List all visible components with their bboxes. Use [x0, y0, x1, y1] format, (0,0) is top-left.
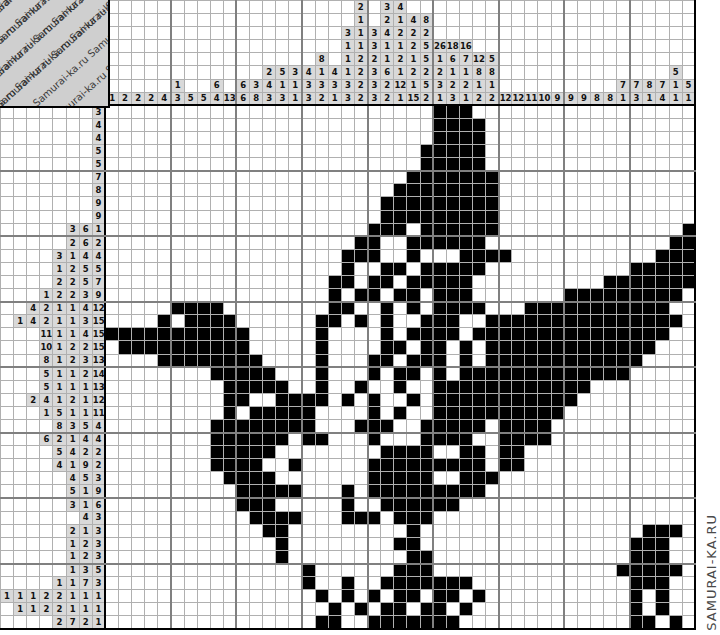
grid-cell-filled[interactable] [407, 354, 420, 367]
grid-cell-empty[interactable] [118, 511, 131, 524]
grid-cell-empty[interactable] [341, 537, 354, 550]
grid-cell-empty[interactable] [669, 406, 682, 419]
grid-cell-filled[interactable] [472, 158, 485, 171]
grid-cell-empty[interactable] [682, 131, 695, 144]
grid-cell-empty[interactable] [315, 511, 328, 524]
grid-cell-empty[interactable] [564, 537, 577, 550]
grid-cell-empty[interactable] [472, 564, 485, 577]
grid-cell-empty[interactable] [617, 171, 630, 184]
grid-cell-empty[interactable] [525, 236, 538, 249]
grid-cell-filled[interactable] [184, 328, 197, 341]
grid-cell-empty[interactable] [315, 420, 328, 433]
grid-cell-empty[interactable] [210, 524, 223, 537]
grid-cell-empty[interactable] [643, 406, 656, 419]
grid-cell-empty[interactable] [341, 550, 354, 563]
grid-cell-filled[interactable] [407, 577, 420, 590]
grid-cell-filled[interactable] [394, 380, 407, 393]
grid-cell-empty[interactable] [577, 472, 590, 485]
grid-cell-empty[interactable] [132, 406, 145, 419]
grid-cell-filled[interactable] [656, 275, 669, 288]
grid-cell-empty[interactable] [499, 550, 512, 563]
grid-cell-filled[interactable] [446, 459, 459, 472]
grid-cell-filled[interactable] [446, 380, 459, 393]
grid-cell-filled[interactable] [407, 197, 420, 210]
grid-cell-empty[interactable] [354, 367, 367, 380]
grid-cell-empty[interactable] [394, 550, 407, 563]
grid-cell-filled[interactable] [459, 406, 472, 419]
grid-cell-empty[interactable] [590, 564, 603, 577]
grid-cell-empty[interactable] [446, 564, 459, 577]
grid-cell-empty[interactable] [223, 616, 236, 629]
grid-cell-filled[interactable] [472, 446, 485, 459]
grid-cell-empty[interactable] [341, 367, 354, 380]
grid-cell-empty[interactable] [459, 590, 472, 603]
grid-cell-filled[interactable] [420, 564, 433, 577]
grid-cell-empty[interactable] [315, 118, 328, 131]
grid-cell-empty[interactable] [263, 171, 276, 184]
grid-cell-empty[interactable] [525, 524, 538, 537]
grid-cell-filled[interactable] [486, 210, 499, 223]
grid-cell-filled[interactable] [236, 433, 249, 446]
grid-cell-empty[interactable] [302, 262, 315, 275]
grid-cell-empty[interactable] [289, 433, 302, 446]
grid-cell-empty[interactable] [354, 105, 367, 118]
grid-cell-filled[interactable] [604, 367, 617, 380]
grid-cell-empty[interactable] [630, 184, 643, 197]
grid-cell-filled[interactable] [617, 367, 630, 380]
grid-cell-filled[interactable] [236, 367, 249, 380]
grid-cell-empty[interactable] [158, 577, 171, 590]
grid-cell-empty[interactable] [263, 249, 276, 262]
grid-cell-empty[interactable] [184, 171, 197, 184]
grid-cell-filled[interactable] [223, 341, 236, 354]
grid-cell-filled[interactable] [656, 537, 669, 550]
grid-cell-empty[interactable] [184, 446, 197, 459]
grid-cell-filled[interactable] [381, 485, 394, 498]
grid-cell-empty[interactable] [682, 537, 695, 550]
grid-cell-empty[interactable] [472, 315, 485, 328]
grid-cell-empty[interactable] [512, 577, 525, 590]
grid-cell-empty[interactable] [184, 105, 197, 118]
grid-cell-empty[interactable] [656, 367, 669, 380]
grid-cell-filled[interactable] [250, 446, 263, 459]
grid-cell-filled[interactable] [223, 406, 236, 419]
grid-cell-filled[interactable] [486, 367, 499, 380]
grid-cell-empty[interactable] [328, 262, 341, 275]
grid-cell-empty[interactable] [171, 433, 184, 446]
grid-cell-empty[interactable] [132, 302, 145, 315]
grid-cell-empty[interactable] [551, 145, 564, 158]
grid-cell-empty[interactable] [276, 341, 289, 354]
grid-cell-filled[interactable] [630, 577, 643, 590]
grid-cell-empty[interactable] [158, 433, 171, 446]
grid-cell-empty[interactable] [368, 210, 381, 223]
grid-cell-empty[interactable] [551, 550, 564, 563]
grid-cell-empty[interactable] [276, 315, 289, 328]
grid-cell-empty[interactable] [486, 289, 499, 302]
grid-cell-empty[interactable] [669, 328, 682, 341]
grid-cell-empty[interactable] [407, 105, 420, 118]
grid-cell-empty[interactable] [656, 354, 669, 367]
grid-cell-empty[interactable] [236, 590, 249, 603]
grid-cell-empty[interactable] [105, 302, 118, 315]
grid-cell-empty[interactable] [604, 433, 617, 446]
grid-cell-filled[interactable] [433, 341, 446, 354]
grid-cell-filled[interactable] [630, 354, 643, 367]
grid-cell-empty[interactable] [328, 197, 341, 210]
grid-cell-empty[interactable] [368, 184, 381, 197]
grid-cell-filled[interactable] [499, 354, 512, 367]
grid-cell-empty[interactable] [630, 249, 643, 262]
grid-cell-empty[interactable] [512, 118, 525, 131]
grid-cell-empty[interactable] [171, 485, 184, 498]
grid-cell-empty[interactable] [328, 420, 341, 433]
grid-cell-empty[interactable] [446, 537, 459, 550]
grid-cell-empty[interactable] [407, 315, 420, 328]
grid-cell-empty[interactable] [171, 459, 184, 472]
grid-cell-empty[interactable] [617, 223, 630, 236]
grid-cell-empty[interactable] [289, 550, 302, 563]
grid-cell-empty[interactable] [197, 550, 210, 563]
grid-cell-empty[interactable] [223, 223, 236, 236]
grid-cell-empty[interactable] [394, 433, 407, 446]
grid-cell-empty[interactable] [656, 406, 669, 419]
grid-cell-empty[interactable] [184, 223, 197, 236]
grid-cell-filled[interactable] [223, 328, 236, 341]
grid-cell-empty[interactable] [171, 446, 184, 459]
grid-cell-empty[interactable] [354, 393, 367, 406]
grid-cell-filled[interactable] [512, 420, 525, 433]
grid-cell-filled[interactable] [210, 367, 223, 380]
grid-cell-empty[interactable] [538, 236, 551, 249]
grid-cell-empty[interactable] [590, 223, 603, 236]
grid-cell-filled[interactable] [446, 302, 459, 315]
grid-cell-empty[interactable] [197, 105, 210, 118]
grid-cell-empty[interactable] [577, 564, 590, 577]
grid-cell-empty[interactable] [354, 537, 367, 550]
grid-cell-empty[interactable] [420, 590, 433, 603]
grid-cell-empty[interactable] [525, 498, 538, 511]
grid-cell-empty[interactable] [184, 472, 197, 485]
grid-cell-empty[interactable] [223, 550, 236, 563]
grid-cell-empty[interactable] [354, 354, 367, 367]
grid-cell-empty[interactable] [643, 380, 656, 393]
grid-cell-empty[interactable] [171, 564, 184, 577]
grid-cell-empty[interactable] [630, 367, 643, 380]
grid-cell-empty[interactable] [577, 420, 590, 433]
grid-cell-empty[interactable] [499, 210, 512, 223]
grid-cell-empty[interactable] [617, 577, 630, 590]
grid-cell-filled[interactable] [223, 459, 236, 472]
grid-cell-empty[interactable] [394, 524, 407, 537]
grid-cell-empty[interactable] [118, 420, 131, 433]
grid-cell-empty[interactable] [368, 262, 381, 275]
grid-cell-empty[interactable] [577, 577, 590, 590]
grid-cell-filled[interactable] [472, 302, 485, 315]
grid-cell-empty[interactable] [656, 446, 669, 459]
grid-cell-empty[interactable] [223, 603, 236, 616]
grid-cell-empty[interactable] [656, 472, 669, 485]
grid-cell-empty[interactable] [276, 590, 289, 603]
grid-cell-empty[interactable] [459, 328, 472, 341]
grid-cell-empty[interactable] [630, 210, 643, 223]
grid-cell-empty[interactable] [132, 524, 145, 537]
grid-cell-filled[interactable] [341, 577, 354, 590]
grid-cell-empty[interactable] [132, 472, 145, 485]
grid-cell-empty[interactable] [158, 472, 171, 485]
grid-cell-empty[interactable] [368, 315, 381, 328]
grid-cell-empty[interactable] [118, 524, 131, 537]
grid-cell-filled[interactable] [499, 433, 512, 446]
grid-cell-filled[interactable] [446, 171, 459, 184]
grid-cell-empty[interactable] [158, 459, 171, 472]
grid-cell-empty[interactable] [551, 262, 564, 275]
grid-cell-empty[interactable] [512, 590, 525, 603]
grid-cell-empty[interactable] [590, 158, 603, 171]
grid-cell-empty[interactable] [564, 564, 577, 577]
grid-cell-empty[interactable] [590, 590, 603, 603]
grid-cell-filled[interactable] [577, 289, 590, 302]
grid-cell-empty[interactable] [184, 131, 197, 144]
grid-cell-empty[interactable] [263, 105, 276, 118]
grid-cell-empty[interactable] [590, 184, 603, 197]
grid-cell-empty[interactable] [158, 446, 171, 459]
grid-cell-filled[interactable] [446, 315, 459, 328]
grid-cell-empty[interactable] [669, 603, 682, 616]
grid-cell-filled[interactable] [302, 577, 315, 590]
grid-cell-empty[interactable] [486, 537, 499, 550]
grid-cell-empty[interactable] [223, 511, 236, 524]
grid-cell-empty[interactable] [381, 367, 394, 380]
grid-cell-empty[interactable] [604, 158, 617, 171]
grid-cell-filled[interactable] [394, 184, 407, 197]
grid-cell-empty[interactable] [486, 145, 499, 158]
grid-cell-empty[interactable] [354, 616, 367, 629]
grid-cell-empty[interactable] [420, 367, 433, 380]
grid-cell-empty[interactable] [171, 249, 184, 262]
grid-cell-empty[interactable] [630, 420, 643, 433]
grid-cell-empty[interactable] [250, 158, 263, 171]
grid-cell-filled[interactable] [250, 472, 263, 485]
grid-cell-empty[interactable] [499, 603, 512, 616]
grid-cell-filled[interactable] [604, 315, 617, 328]
grid-cell-empty[interactable] [223, 577, 236, 590]
grid-cell-empty[interactable] [145, 498, 158, 511]
grid-cell-filled[interactable] [263, 367, 276, 380]
grid-cell-filled[interactable] [617, 289, 630, 302]
grid-cell-empty[interactable] [289, 275, 302, 288]
grid-cell-empty[interactable] [394, 302, 407, 315]
grid-cell-empty[interactable] [564, 590, 577, 603]
grid-cell-filled[interactable] [525, 315, 538, 328]
grid-cell-empty[interactable] [590, 446, 603, 459]
grid-cell-empty[interactable] [551, 158, 564, 171]
grid-cell-filled[interactable] [577, 380, 590, 393]
grid-cell-empty[interactable] [682, 433, 695, 446]
grid-cell-empty[interactable] [564, 406, 577, 419]
grid-cell-filled[interactable] [459, 393, 472, 406]
grid-cell-empty[interactable] [669, 118, 682, 131]
grid-cell-filled[interactable] [184, 302, 197, 315]
grid-cell-empty[interactable] [590, 459, 603, 472]
grid-cell-filled[interactable] [525, 380, 538, 393]
grid-cell-empty[interactable] [263, 210, 276, 223]
grid-cell-empty[interactable] [617, 406, 630, 419]
grid-cell-filled[interactable] [263, 485, 276, 498]
grid-cell-empty[interactable] [682, 406, 695, 419]
grid-cell-empty[interactable] [446, 249, 459, 262]
grid-cell-empty[interactable] [604, 446, 617, 459]
grid-cell-filled[interactable] [223, 380, 236, 393]
grid-cell-empty[interactable] [656, 131, 669, 144]
grid-cell-filled[interactable] [643, 564, 656, 577]
grid-cell-empty[interactable] [525, 537, 538, 550]
grid-cell-empty[interactable] [105, 393, 118, 406]
grid-cell-empty[interactable] [538, 524, 551, 537]
grid-cell-empty[interactable] [590, 511, 603, 524]
grid-cell-empty[interactable] [132, 603, 145, 616]
grid-cell-empty[interactable] [223, 105, 236, 118]
grid-cell-empty[interactable] [368, 105, 381, 118]
grid-cell-empty[interactable] [171, 171, 184, 184]
grid-cell-empty[interactable] [525, 223, 538, 236]
grid-cell-filled[interactable] [630, 275, 643, 288]
grid-cell-empty[interactable] [171, 616, 184, 629]
grid-cell-empty[interactable] [551, 171, 564, 184]
grid-cell-filled[interactable] [643, 315, 656, 328]
grid-cell-empty[interactable] [236, 524, 249, 537]
grid-cell-filled[interactable] [341, 249, 354, 262]
grid-cell-empty[interactable] [132, 145, 145, 158]
grid-cell-filled[interactable] [433, 433, 446, 446]
grid-cell-empty[interactable] [590, 236, 603, 249]
grid-cell-empty[interactable] [263, 223, 276, 236]
grid-cell-empty[interactable] [223, 289, 236, 302]
grid-cell-empty[interactable] [132, 354, 145, 367]
grid-cell-empty[interactable] [158, 236, 171, 249]
grid-cell-empty[interactable] [656, 118, 669, 131]
grid-cell-filled[interactable] [302, 393, 315, 406]
grid-cell-empty[interactable] [472, 289, 485, 302]
grid-cell-filled[interactable] [669, 564, 682, 577]
grid-cell-empty[interactable] [512, 537, 525, 550]
grid-cell-empty[interactable] [617, 393, 630, 406]
grid-cell-filled[interactable] [263, 472, 276, 485]
grid-cell-filled[interactable] [446, 236, 459, 249]
grid-cell-empty[interactable] [354, 275, 367, 288]
grid-cell-empty[interactable] [223, 158, 236, 171]
grid-cell-empty[interactable] [617, 511, 630, 524]
grid-cell-filled[interactable] [289, 393, 302, 406]
grid-cell-filled[interactable] [394, 459, 407, 472]
grid-cell-filled[interactable] [381, 210, 394, 223]
grid-cell-empty[interactable] [210, 289, 223, 302]
grid-cell-empty[interactable] [407, 158, 420, 171]
grid-cell-empty[interactable] [145, 367, 158, 380]
grid-cell-empty[interactable] [302, 328, 315, 341]
grid-cell-empty[interactable] [354, 158, 367, 171]
grid-cell-empty[interactable] [564, 446, 577, 459]
grid-cell-empty[interactable] [145, 577, 158, 590]
grid-cell-empty[interactable] [551, 472, 564, 485]
grid-cell-empty[interactable] [486, 524, 499, 537]
grid-cell-filled[interactable] [381, 197, 394, 210]
grid-cell-empty[interactable] [184, 459, 197, 472]
grid-cell-filled[interactable] [486, 393, 499, 406]
grid-cell-filled[interactable] [525, 302, 538, 315]
grid-cell-empty[interactable] [590, 472, 603, 485]
grid-cell-empty[interactable] [315, 236, 328, 249]
grid-cell-empty[interactable] [617, 145, 630, 158]
grid-cell-empty[interactable] [315, 105, 328, 118]
grid-cell-empty[interactable] [499, 158, 512, 171]
grid-cell-empty[interactable] [590, 262, 603, 275]
grid-cell-empty[interactable] [407, 262, 420, 275]
grid-cell-empty[interactable] [105, 446, 118, 459]
grid-cell-empty[interactable] [512, 564, 525, 577]
grid-cell-filled[interactable] [525, 328, 538, 341]
grid-cell-empty[interactable] [525, 105, 538, 118]
grid-cell-empty[interactable] [276, 603, 289, 616]
grid-cell-empty[interactable] [105, 354, 118, 367]
grid-cell-empty[interactable] [459, 498, 472, 511]
grid-cell-filled[interactable] [407, 472, 420, 485]
grid-cell-empty[interactable] [682, 315, 695, 328]
grid-cell-empty[interactable] [158, 550, 171, 563]
grid-cell-filled[interactable] [446, 105, 459, 118]
grid-cell-empty[interactable] [289, 537, 302, 550]
grid-cell-filled[interactable] [486, 197, 499, 210]
grid-cell-filled[interactable] [512, 354, 525, 367]
grid-cell-empty[interactable] [525, 485, 538, 498]
grid-cell-empty[interactable] [630, 145, 643, 158]
grid-cell-filled[interactable] [381, 498, 394, 511]
grid-cell-empty[interactable] [381, 289, 394, 302]
grid-cell-empty[interactable] [328, 145, 341, 158]
grid-cell-empty[interactable] [564, 184, 577, 197]
grid-cell-empty[interactable] [171, 105, 184, 118]
grid-cell-empty[interactable] [499, 171, 512, 184]
grid-cell-empty[interactable] [564, 171, 577, 184]
grid-cell-empty[interactable] [145, 184, 158, 197]
grid-cell-empty[interactable] [328, 511, 341, 524]
grid-cell-empty[interactable] [446, 354, 459, 367]
grid-cell-empty[interactable] [486, 433, 499, 446]
grid-cell-empty[interactable] [394, 315, 407, 328]
grid-cell-filled[interactable] [381, 420, 394, 433]
grid-cell-empty[interactable] [197, 564, 210, 577]
grid-cell-filled[interactable] [590, 315, 603, 328]
grid-cell-filled[interactable] [394, 406, 407, 419]
grid-cell-empty[interactable] [184, 537, 197, 550]
grid-cell-empty[interactable] [682, 446, 695, 459]
grid-cell-empty[interactable] [682, 590, 695, 603]
grid-cell-empty[interactable] [368, 145, 381, 158]
grid-cell-empty[interactable] [590, 118, 603, 131]
grid-cell-empty[interactable] [407, 223, 420, 236]
grid-cell-filled[interactable] [407, 485, 420, 498]
grid-cell-empty[interactable] [420, 302, 433, 315]
grid-cell-empty[interactable] [263, 577, 276, 590]
grid-cell-empty[interactable] [263, 393, 276, 406]
grid-cell-empty[interactable] [354, 145, 367, 158]
grid-cell-filled[interactable] [184, 341, 197, 354]
grid-cell-empty[interactable] [525, 577, 538, 590]
grid-cell-filled[interactable] [145, 328, 158, 341]
grid-cell-empty[interactable] [433, 537, 446, 550]
grid-cell-empty[interactable] [289, 354, 302, 367]
grid-cell-filled[interactable] [551, 341, 564, 354]
